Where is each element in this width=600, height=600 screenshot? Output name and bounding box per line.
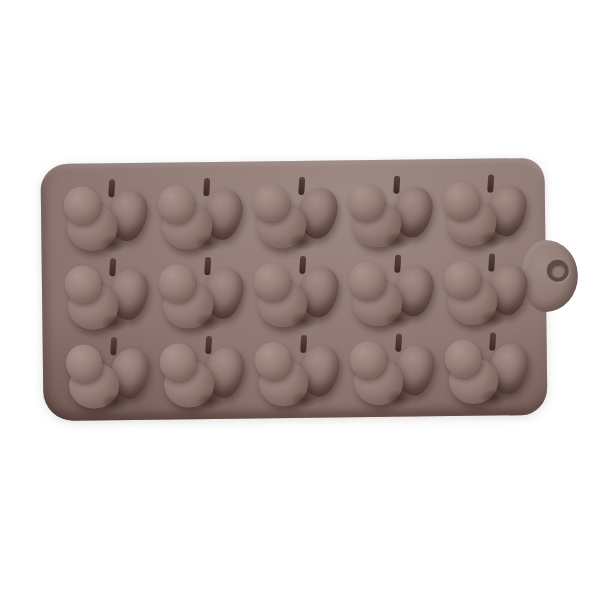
mold-cavity [438, 330, 534, 410]
hanging-hole [547, 260, 569, 282]
cavity-head-lobe [443, 261, 479, 298]
cavity-crease-shadow [100, 314, 129, 332]
cavity-crease-shadow [384, 311, 413, 329]
mold-cavity [341, 173, 437, 253]
cavity-stem-slit [489, 332, 496, 350]
mold-cavity [153, 334, 249, 414]
cavity-stem-slit [204, 256, 211, 274]
cavity-stem-slit [298, 176, 305, 194]
mold-cavity [59, 335, 155, 415]
cavity-stem-slit [394, 254, 401, 272]
mold-cavity [152, 255, 248, 335]
mold-cavity [57, 177, 153, 257]
cavity-crease-shadow [479, 310, 508, 328]
mold-cavity [436, 172, 532, 252]
cavity-stem-slit [205, 335, 212, 353]
cavity-head-lobe [350, 341, 386, 378]
cavity-stem-slit [488, 253, 495, 271]
cavity-crease-shadow [99, 235, 128, 253]
cavity-crease-shadow [383, 232, 412, 250]
cavity-stem-slit [108, 179, 115, 197]
photo-background [0, 0, 600, 600]
cavity-crease-shadow [290, 312, 319, 330]
cavity-stem-slit [109, 258, 116, 276]
cavity-stem-slit [395, 333, 402, 351]
cavity-stem-slit [300, 334, 307, 352]
cavity-head-lobe [64, 266, 100, 303]
mold-cavity [58, 256, 154, 336]
cavity-head-lobe [65, 345, 101, 382]
cavity-head-lobe [349, 262, 385, 299]
mold-cavity [248, 332, 344, 412]
cavity-crease-shadow [195, 313, 224, 331]
cavity-grid [57, 172, 534, 415]
cavity-stem-slit [488, 174, 495, 192]
cavity-head-lobe [443, 182, 479, 219]
mold-cavity [343, 331, 439, 411]
cavity-crease-shadow [289, 233, 318, 251]
cavity-crease-shadow [291, 391, 320, 409]
cavity-crease-shadow [101, 393, 130, 411]
mold-cavity [247, 253, 343, 333]
cavity-crease-shadow [480, 389, 509, 407]
cavity-stem-slit [393, 175, 400, 193]
cavity-head-lobe [348, 183, 384, 220]
cavity-stem-slit [203, 177, 210, 195]
mold-cavity [437, 251, 533, 331]
cavity-crease-shadow [194, 234, 223, 252]
cavity-stem-slit [299, 255, 306, 273]
cavity-crease-shadow [196, 392, 225, 410]
cavity-head-lobe [444, 340, 480, 377]
cavity-head-lobe [63, 187, 99, 224]
cavity-crease-shadow [385, 390, 414, 408]
chocolate-mold [40, 158, 547, 421]
cavity-stem-slit [110, 337, 117, 355]
mold-cavity [342, 252, 438, 332]
mold-cavity [246, 174, 342, 254]
cavity-crease-shadow [478, 231, 507, 249]
mold-cavity [151, 176, 247, 256]
